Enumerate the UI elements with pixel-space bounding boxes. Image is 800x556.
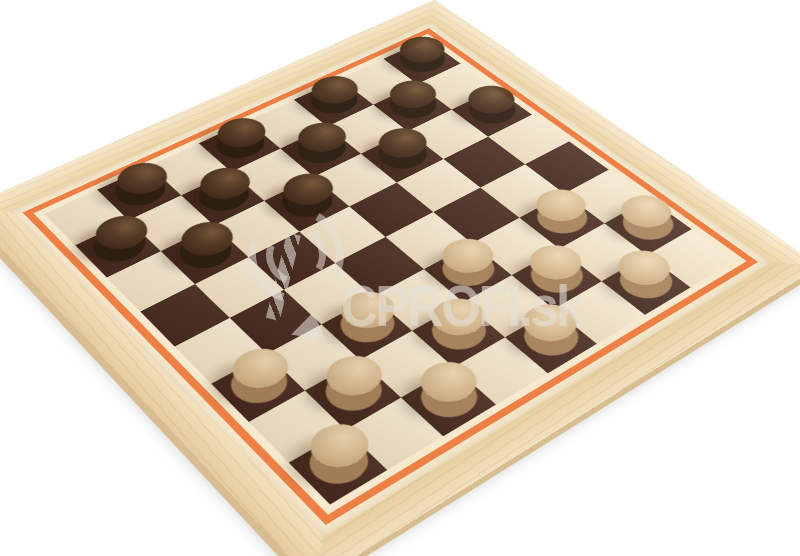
product-photo: CPROFI.sk	[0, 0, 800, 556]
checkers-board	[0, 0, 800, 556]
board-grid	[44, 39, 735, 504]
